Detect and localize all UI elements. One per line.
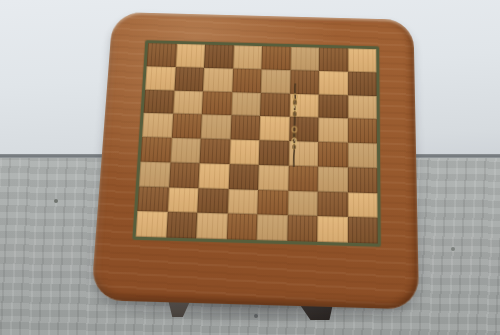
board-square[interactable] bbox=[231, 92, 261, 116]
board-square[interactable] bbox=[136, 211, 168, 237]
board-square[interactable] bbox=[226, 214, 257, 240]
board-square[interactable] bbox=[259, 140, 289, 165]
board-square[interactable] bbox=[289, 117, 319, 142]
board-square[interactable] bbox=[290, 70, 319, 94]
board-square[interactable] bbox=[259, 116, 289, 141]
board-square[interactable] bbox=[318, 142, 348, 167]
board-square[interactable] bbox=[167, 187, 198, 213]
board-square[interactable] bbox=[318, 166, 348, 192]
board-square[interactable] bbox=[317, 216, 347, 242]
board-square[interactable] bbox=[137, 186, 168, 212]
board-square[interactable] bbox=[260, 92, 290, 116]
board-square[interactable] bbox=[288, 141, 318, 166]
board-square[interactable] bbox=[144, 89, 174, 113]
board-square[interactable] bbox=[198, 163, 229, 189]
board-square[interactable] bbox=[287, 190, 317, 216]
board-square[interactable] bbox=[348, 95, 377, 120]
board-square[interactable] bbox=[169, 162, 200, 188]
board-square[interactable] bbox=[140, 137, 171, 162]
board-square[interactable] bbox=[257, 215, 288, 241]
board-square[interactable] bbox=[287, 215, 318, 241]
board-square[interactable] bbox=[348, 143, 378, 168]
board-square[interactable] bbox=[347, 167, 377, 193]
board-square[interactable] bbox=[261, 69, 290, 93]
board-square[interactable] bbox=[170, 138, 201, 163]
chess-board[interactable] bbox=[136, 43, 378, 243]
board-square[interactable] bbox=[258, 165, 288, 191]
board-square[interactable] bbox=[173, 90, 203, 114]
board-square[interactable] bbox=[289, 93, 318, 118]
board-square[interactable] bbox=[166, 212, 197, 238]
board-square[interactable] bbox=[203, 68, 233, 92]
board-square[interactable] bbox=[228, 164, 258, 190]
board-square[interactable] bbox=[204, 45, 234, 69]
board-square[interactable] bbox=[196, 213, 227, 239]
board-square[interactable] bbox=[227, 189, 258, 215]
board-square[interactable] bbox=[145, 66, 175, 90]
board-square[interactable] bbox=[232, 68, 262, 92]
board-square[interactable] bbox=[318, 94, 347, 119]
board-square[interactable] bbox=[201, 115, 231, 140]
board-square[interactable] bbox=[142, 113, 173, 138]
board-square[interactable] bbox=[348, 119, 377, 144]
board-square[interactable] bbox=[174, 67, 204, 91]
board-square[interactable] bbox=[230, 115, 260, 140]
board-square[interactable] bbox=[139, 161, 170, 187]
board-square[interactable] bbox=[319, 71, 348, 95]
board-square[interactable] bbox=[202, 91, 232, 115]
board-square[interactable] bbox=[197, 188, 228, 214]
board-square[interactable] bbox=[318, 118, 347, 143]
board-square[interactable] bbox=[348, 71, 377, 95]
board-square[interactable] bbox=[348, 48, 377, 72]
board-inlay-border bbox=[132, 40, 380, 247]
board-square[interactable] bbox=[290, 47, 319, 71]
board-square[interactable] bbox=[200, 139, 230, 164]
board-square[interactable] bbox=[347, 217, 377, 243]
floor-specks bbox=[0, 0, 2, 2]
board-square[interactable] bbox=[147, 43, 177, 67]
board-square[interactable] bbox=[319, 48, 348, 72]
board-square[interactable] bbox=[317, 191, 347, 217]
scene bbox=[0, 0, 500, 335]
board-square[interactable] bbox=[171, 114, 201, 139]
board-square[interactable] bbox=[257, 189, 288, 215]
board-square[interactable] bbox=[347, 192, 377, 218]
board-square[interactable] bbox=[175, 44, 205, 68]
board-square[interactable] bbox=[261, 46, 290, 70]
board-square[interactable] bbox=[233, 45, 262, 69]
chess-table bbox=[91, 12, 419, 310]
board-square[interactable] bbox=[288, 165, 318, 191]
board-square[interactable] bbox=[229, 139, 259, 164]
